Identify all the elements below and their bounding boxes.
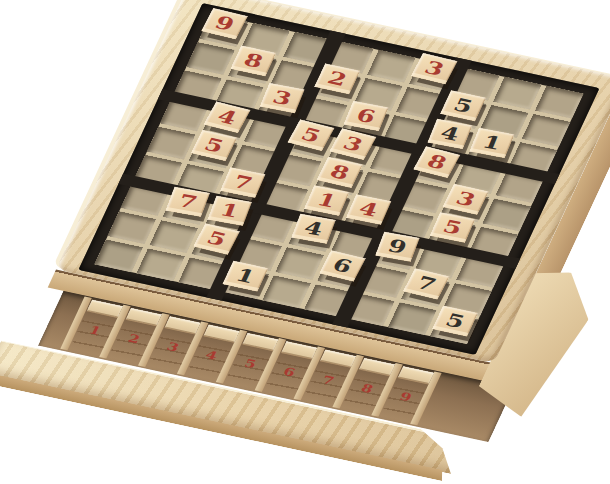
- tile-digit: 8: [424, 152, 450, 172]
- tile-digit: 4: [356, 199, 380, 219]
- cell-r2c9[interactable]: [522, 114, 570, 147]
- cell-r5c9[interactable]: [483, 199, 531, 232]
- stack-digit: 7: [320, 373, 336, 388]
- cell-r2c4[interactable]: 2: [312, 69, 360, 102]
- tile-digit: 5: [201, 135, 226, 155]
- stack-digit: 4: [203, 348, 219, 363]
- tile-digit: 9: [212, 14, 237, 34]
- product-photo: 123456789 93825364145385837145714956715: [0, 0, 610, 484]
- stack-digit: 5: [242, 356, 258, 371]
- cell-r1c9[interactable]: [535, 86, 583, 119]
- cell-r9c8[interactable]: [388, 302, 436, 335]
- cell-r9c9[interactable]: 5: [430, 311, 478, 344]
- cell-r8c8[interactable]: 7: [401, 274, 449, 307]
- tile-digit: 4: [302, 219, 326, 239]
- tile-r7c7-9[interactable]: 9: [375, 232, 419, 262]
- cell-r9c1[interactable]: [95, 240, 143, 273]
- tile-digit: 1: [480, 133, 504, 153]
- cell-r8c5[interactable]: [275, 247, 323, 280]
- cell-r7c7[interactable]: 9: [372, 237, 420, 270]
- tile-digit: 5: [298, 125, 324, 145]
- tile-r7c5-4[interactable]: 4: [291, 214, 335, 244]
- tile-digit: 5: [451, 96, 476, 116]
- cell-r9c4[interactable]: 1: [220, 266, 268, 299]
- cell-r4c7[interactable]: 8: [412, 152, 460, 185]
- cell-r1c1[interactable]: 9: [199, 14, 247, 47]
- tile-digit: 6: [354, 106, 378, 126]
- cell-r2c1[interactable]: [186, 42, 234, 75]
- tile-digit: 4: [438, 124, 462, 144]
- cell-r7c5[interactable]: 4: [289, 219, 337, 252]
- tile-digit: 7: [414, 274, 439, 294]
- stack-digit: 9: [397, 390, 413, 405]
- tile-digit: 1: [314, 191, 338, 211]
- tile-digit: 3: [453, 189, 478, 209]
- cell-r9c2[interactable]: [136, 248, 184, 281]
- tile-digit: 7: [176, 192, 200, 212]
- tile-digit: 9: [386, 237, 410, 257]
- tile-r7c2-7[interactable]: 7: [166, 187, 210, 217]
- tile-r3c5-6[interactable]: 6: [344, 101, 389, 131]
- tile-digit: 3: [270, 88, 294, 108]
- cell-r5c1[interactable]: [147, 127, 195, 160]
- tile-digit: 6: [330, 256, 355, 276]
- tile-digit: 8: [327, 162, 352, 182]
- cell-r9c5[interactable]: [262, 275, 310, 308]
- tile-r3c8-1[interactable]: 1: [469, 128, 514, 158]
- tile-digit: 2: [325, 69, 350, 89]
- tile-digit: 5: [204, 229, 229, 249]
- stack-digit: 1: [86, 323, 103, 338]
- cell-r1c8[interactable]: [493, 77, 541, 110]
- cell-r1c5[interactable]: [367, 50, 415, 83]
- tile-digit: 5: [440, 217, 464, 237]
- cell-r8c1[interactable]: [108, 211, 156, 244]
- tile-digit: 5: [443, 311, 468, 331]
- stack-digit: 2: [126, 331, 142, 346]
- tile-r1c1-9[interactable]: 9: [201, 8, 247, 39]
- cell-r7c2[interactable]: 7: [163, 192, 211, 225]
- tile-digit: 3: [421, 58, 446, 78]
- tile-digit: 3: [340, 134, 366, 154]
- tile-digit: 1: [218, 201, 242, 221]
- cell-r4c4[interactable]: 5: [286, 125, 334, 158]
- tile-digit: 4: [214, 107, 240, 127]
- cell-r5c2[interactable]: 5: [189, 136, 237, 169]
- cell-r2c2[interactable]: 8: [228, 51, 276, 84]
- stack-digit: 3: [164, 340, 181, 355]
- tile-digit: 7: [231, 173, 255, 193]
- tile-digit: 1: [233, 266, 258, 286]
- stack-digit: 8: [358, 381, 375, 396]
- tile-digit: 8: [241, 51, 266, 71]
- cell-r8c2[interactable]: [150, 220, 198, 253]
- stack-digit: 6: [281, 365, 298, 380]
- tile-r3c7-4[interactable]: 4: [428, 119, 473, 149]
